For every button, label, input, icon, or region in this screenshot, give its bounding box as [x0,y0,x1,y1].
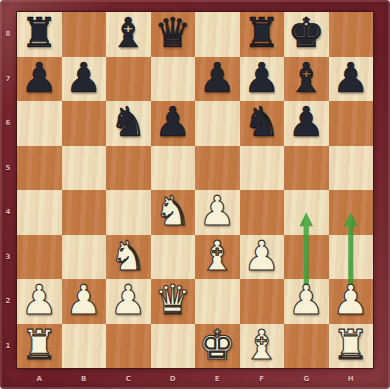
black-king-g8[interactable]: ♚ [288,11,325,56]
square-g6[interactable]: ♟ [284,101,329,146]
file-label-e: E [195,368,240,389]
square-f5[interactable] [240,146,285,191]
square-a7[interactable]: ♟ [17,57,62,102]
white-pawn-g2[interactable]: ♟ [288,278,325,323]
rank-label-8: 8 [0,12,16,57]
rank-label-1: 1 [0,324,16,369]
square-b1[interactable] [62,324,107,369]
square-h7[interactable]: ♟ [329,57,374,102]
square-e5[interactable] [195,146,240,191]
black-pawn-a7[interactable]: ♟ [21,56,58,101]
board[interactable]: ♜♝♛♜♚♟♟♟♟♝♟♞♟♞♟♞♟♞♝♟♟♟♟♛♟♟♜♚♝♜ [17,12,373,368]
black-pawn-h7[interactable]: ♟ [332,56,369,101]
white-pawn-e4[interactable]: ♟ [199,189,236,234]
white-bishop-f1[interactable]: ♝ [243,323,280,368]
white-pawn-f3[interactable]: ♟ [243,234,280,279]
square-b2[interactable]: ♟ [62,279,107,324]
rank-label-7: 7 [0,57,16,102]
square-a5[interactable] [17,146,62,191]
black-rook-a8[interactable]: ♜ [21,11,58,56]
square-h2[interactable]: ♟ [329,279,374,324]
square-a3[interactable] [17,235,62,280]
file-label-f: F [240,368,285,389]
square-c5[interactable] [106,146,151,191]
square-h4[interactable] [329,190,374,235]
white-knight-c3[interactable]: ♞ [110,234,147,279]
file-label-d: D [151,368,196,389]
square-h1[interactable]: ♜ [329,324,374,369]
square-e4[interactable]: ♟ [195,190,240,235]
square-d7[interactable] [151,57,196,102]
square-a4[interactable] [17,190,62,235]
black-pawn-d6[interactable]: ♟ [154,100,191,145]
square-f3[interactable]: ♟ [240,235,285,280]
rank-labels: 87654321 [0,12,16,368]
rank-label-3: 3 [0,235,16,280]
square-g8[interactable]: ♚ [284,12,329,57]
white-pawn-b2[interactable]: ♟ [65,278,102,323]
file-labels: ABCDEFGH [17,368,373,389]
square-f1[interactable]: ♝ [240,324,285,369]
square-a8[interactable]: ♜ [17,12,62,57]
black-knight-f6[interactable]: ♞ [243,100,280,145]
square-d2[interactable]: ♛ [151,279,196,324]
black-knight-c6[interactable]: ♞ [110,100,147,145]
square-b7[interactable]: ♟ [62,57,107,102]
square-d3[interactable] [151,235,196,280]
square-f2[interactable] [240,279,285,324]
square-a2[interactable]: ♟ [17,279,62,324]
square-d4[interactable]: ♞ [151,190,196,235]
square-a6[interactable] [17,101,62,146]
square-g1[interactable] [284,324,329,369]
white-king-e1[interactable]: ♚ [199,323,236,368]
square-b6[interactable] [62,101,107,146]
square-c2[interactable]: ♟ [106,279,151,324]
square-c8[interactable]: ♝ [106,12,151,57]
white-rook-h1[interactable]: ♜ [332,323,369,368]
black-bishop-g7[interactable]: ♝ [288,56,325,101]
rank-label-6: 6 [0,101,16,146]
white-pawn-c2[interactable]: ♟ [110,278,147,323]
square-b3[interactable] [62,235,107,280]
rank-label-4: 4 [0,190,16,235]
square-h5[interactable] [329,146,374,191]
square-h8[interactable] [329,12,374,57]
square-g2[interactable]: ♟ [284,279,329,324]
square-e7[interactable]: ♟ [195,57,240,102]
black-pawn-e7[interactable]: ♟ [199,56,236,101]
file-label-h: H [329,368,374,389]
square-g4[interactable] [284,190,329,235]
square-g5[interactable] [284,146,329,191]
white-rook-a1[interactable]: ♜ [21,323,58,368]
square-e8[interactable] [195,12,240,57]
black-rook-f8[interactable]: ♜ [243,11,280,56]
square-c4[interactable] [106,190,151,235]
square-b5[interactable] [62,146,107,191]
square-h6[interactable] [329,101,374,146]
square-f7[interactable]: ♟ [240,57,285,102]
square-d6[interactable]: ♟ [151,101,196,146]
file-label-g: G [284,368,329,389]
square-f6[interactable]: ♞ [240,101,285,146]
square-a1[interactable]: ♜ [17,324,62,369]
file-label-b: B [62,368,107,389]
black-bishop-c8[interactable]: ♝ [110,11,147,56]
board-frame: 87654321 ABCDEFGH ♜♝♛♜♚♟♟♟♟♝♟♞♟♞♟♞♟♞♝♟♟♟… [0,0,390,389]
white-pawn-h2[interactable]: ♟ [332,278,369,323]
square-c7[interactable] [106,57,151,102]
file-label-a: A [17,368,62,389]
square-e2[interactable] [195,279,240,324]
white-knight-d4[interactable]: ♞ [154,189,191,234]
rank-label-5: 5 [0,146,16,191]
square-g3[interactable] [284,235,329,280]
black-pawn-g6[interactable]: ♟ [288,100,325,145]
square-e3[interactable]: ♝ [195,235,240,280]
file-label-c: C [106,368,151,389]
square-c1[interactable] [106,324,151,369]
square-d8[interactable]: ♛ [151,12,196,57]
white-bishop-e3[interactable]: ♝ [199,234,236,279]
square-b4[interactable] [62,190,107,235]
square-c3[interactable]: ♞ [106,235,151,280]
black-queen-d8[interactable]: ♛ [154,11,191,56]
square-h3[interactable] [329,235,374,280]
square-f4[interactable] [240,190,285,235]
square-b8[interactable] [62,12,107,57]
square-e6[interactable] [195,101,240,146]
white-pawn-a2[interactable]: ♟ [21,278,58,323]
square-d1[interactable] [151,324,196,369]
square-g7[interactable]: ♝ [284,57,329,102]
square-f8[interactable]: ♜ [240,12,285,57]
black-pawn-b7[interactable]: ♟ [65,56,102,101]
black-pawn-f7[interactable]: ♟ [243,56,280,101]
square-c6[interactable]: ♞ [106,101,151,146]
rank-label-2: 2 [0,279,16,324]
white-queen-d2[interactable]: ♛ [154,278,191,323]
square-d5[interactable] [151,146,196,191]
square-e1[interactable]: ♚ [195,324,240,369]
